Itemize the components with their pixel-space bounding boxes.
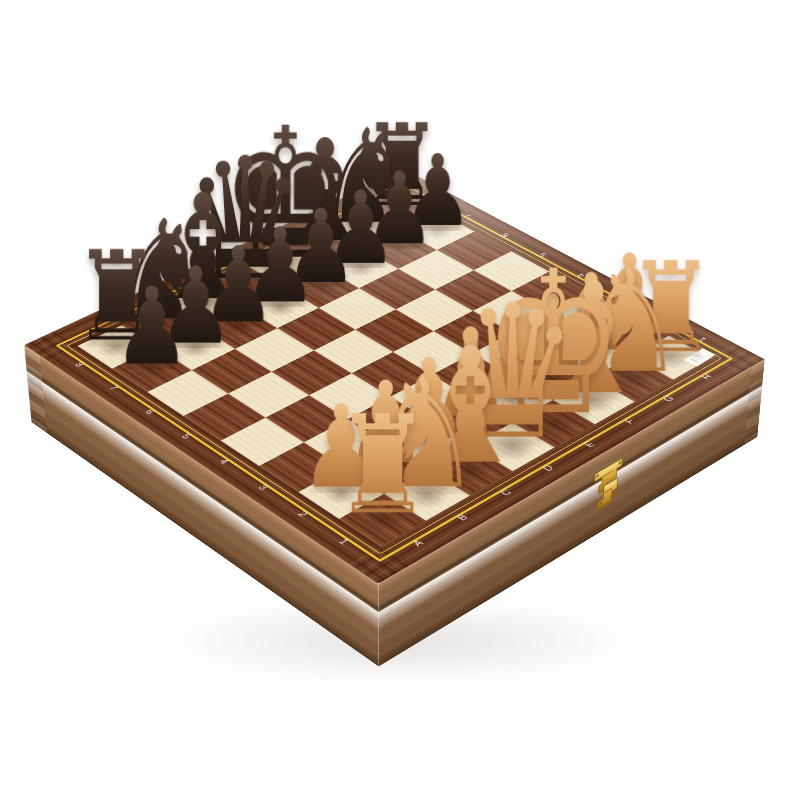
brass-latch-icon: [588, 451, 628, 522]
black-pawn-glyph: ♟: [113, 273, 190, 380]
scene: 8877665544332211ABCDEFGH: [0, 0, 801, 801]
product-photo: 8877665544332211ABCDEFGH: [0, 0, 801, 801]
white-rook-glyph: ♜: [334, 397, 432, 533]
piece-white-rook-a1[interactable]: ♜: [289, 300, 476, 520]
piece-black-pawn-a7[interactable]: ♟: [66, 167, 238, 369]
pieces-layer: ♜♞♝♛♚♝♞♜♟♟♟♟♟♟♟♟♟♟♟♟♟♟♟♟♜♞♝♛♚♝♞♜: [24, 169, 765, 584]
chess-box: 8877665544332211ABCDEFGH: [24, 169, 765, 584]
